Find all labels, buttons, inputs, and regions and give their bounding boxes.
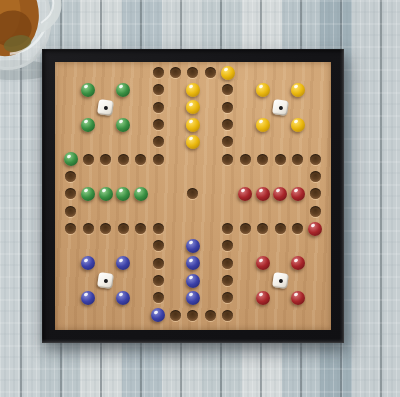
board-hole[interactable] <box>240 223 251 234</box>
cell-13-0 <box>289 64 306 81</box>
cell-8-3 <box>202 116 219 133</box>
cell-12-4 <box>272 133 289 150</box>
cell-9-2 <box>219 99 236 116</box>
cell-7-12 <box>184 272 201 289</box>
cell-4-2 <box>132 99 149 116</box>
board-hole[interactable] <box>153 223 164 234</box>
cell-9-7 <box>219 185 236 202</box>
board-hole[interactable] <box>222 275 233 286</box>
cell-1-12 <box>79 272 96 289</box>
cell-1-7 <box>79 185 96 202</box>
board-hole[interactable] <box>310 206 321 217</box>
marble-blue[interactable] <box>151 308 165 322</box>
board-hole[interactable] <box>83 223 94 234</box>
board-hole[interactable] <box>153 240 164 251</box>
cell-6-10 <box>167 237 184 254</box>
cell-0-0 <box>62 64 79 81</box>
cell-3-0 <box>114 64 131 81</box>
cell-6-4 <box>167 133 184 150</box>
marble-yellow[interactable] <box>186 135 200 149</box>
cell-8-1 <box>202 81 219 98</box>
board-hole[interactable] <box>170 310 181 321</box>
cell-2-2 <box>97 99 114 116</box>
marble-yellow[interactable] <box>186 100 200 114</box>
board-hole[interactable] <box>310 188 321 199</box>
marble-yellow[interactable] <box>186 83 200 97</box>
cell-12-0 <box>272 64 289 81</box>
cell-9-4 <box>219 133 236 150</box>
marble-yellow[interactable] <box>291 118 305 132</box>
marble-green[interactable] <box>81 187 95 201</box>
marble-blue[interactable] <box>186 239 200 253</box>
die-face-1[interactable] <box>97 99 114 116</box>
die-face-1[interactable] <box>97 272 114 289</box>
cell-10-5 <box>237 151 254 168</box>
cell-1-8 <box>79 203 96 220</box>
marble-green[interactable] <box>81 118 95 132</box>
cell-11-12 <box>254 272 271 289</box>
board-hole[interactable] <box>222 84 233 95</box>
marble-yellow[interactable] <box>256 83 270 97</box>
cell-12-5 <box>272 151 289 168</box>
cell-13-13 <box>289 289 306 306</box>
cell-4-13 <box>132 289 149 306</box>
board-hole[interactable] <box>65 171 76 182</box>
cell-7-2 <box>184 99 201 116</box>
cell-6-7 <box>167 185 184 202</box>
board-hole[interactable] <box>222 154 233 165</box>
cell-13-9 <box>289 220 306 237</box>
cell-14-0 <box>307 64 324 81</box>
cell-10-14 <box>237 307 254 324</box>
cell-4-5 <box>132 151 149 168</box>
cell-6-12 <box>167 272 184 289</box>
board-hole[interactable] <box>153 136 164 147</box>
cell-6-6 <box>167 168 184 185</box>
cell-8-9 <box>202 220 219 237</box>
cell-2-11 <box>97 255 114 272</box>
cell-2-1 <box>97 81 114 98</box>
board-hole[interactable] <box>65 206 76 217</box>
cell-3-12 <box>114 272 131 289</box>
cell-1-3 <box>79 116 96 133</box>
die-pip <box>103 278 108 283</box>
cell-4-3 <box>132 116 149 133</box>
board-hole[interactable] <box>65 188 76 199</box>
cell-9-1 <box>219 81 236 98</box>
cell-13-10 <box>289 237 306 254</box>
board-hole[interactable] <box>187 67 198 78</box>
board-hole[interactable] <box>153 102 164 113</box>
cell-8-12 <box>202 272 219 289</box>
cell-1-11 <box>79 255 96 272</box>
cell-2-6 <box>97 168 114 185</box>
cell-12-8 <box>272 203 289 220</box>
cell-7-13 <box>184 289 201 306</box>
cell-3-1 <box>114 81 131 98</box>
marble-blue[interactable] <box>116 256 130 270</box>
cell-13-6 <box>289 168 306 185</box>
board-hole[interactable] <box>222 136 233 147</box>
marble-yellow[interactable] <box>256 118 270 132</box>
cell-6-14 <box>167 307 184 324</box>
board-hole[interactable] <box>118 223 129 234</box>
cell-9-9 <box>219 220 236 237</box>
marble-yellow[interactable] <box>291 83 305 97</box>
cell-11-3 <box>254 116 271 133</box>
board-hole[interactable] <box>275 154 286 165</box>
marble-blue[interactable] <box>186 256 200 270</box>
cell-0-8 <box>62 203 79 220</box>
cell-13-3 <box>289 116 306 133</box>
cell-4-4 <box>132 133 149 150</box>
cell-2-7 <box>97 185 114 202</box>
cell-0-10 <box>62 237 79 254</box>
cell-10-12 <box>237 272 254 289</box>
marble-green[interactable] <box>116 118 130 132</box>
cell-8-11 <box>202 255 219 272</box>
cell-2-5 <box>97 151 114 168</box>
cell-14-11 <box>307 255 324 272</box>
cell-3-11 <box>114 255 131 272</box>
marble-red[interactable] <box>256 187 270 201</box>
cell-10-7 <box>237 185 254 202</box>
cell-8-6 <box>202 168 219 185</box>
cell-11-14 <box>254 307 271 324</box>
cell-14-1 <box>307 81 324 98</box>
cell-10-10 <box>237 237 254 254</box>
board-hole[interactable] <box>153 154 164 165</box>
cell-11-9 <box>254 220 271 237</box>
marble-red[interactable] <box>238 187 252 201</box>
cell-13-11 <box>289 255 306 272</box>
cell-12-3 <box>272 116 289 133</box>
cell-10-8 <box>237 203 254 220</box>
center-shortcut-hole[interactable] <box>187 188 198 199</box>
cell-9-0 <box>219 64 236 81</box>
cell-8-0 <box>202 64 219 81</box>
board-hole[interactable] <box>257 154 268 165</box>
cell-14-14 <box>307 307 324 324</box>
cell-11-1 <box>254 81 271 98</box>
cell-4-1 <box>132 81 149 98</box>
cell-5-5 <box>149 151 166 168</box>
cell-5-9 <box>149 220 166 237</box>
board-hole[interactable] <box>170 67 181 78</box>
board-hole[interactable] <box>205 310 216 321</box>
cell-0-5 <box>62 151 79 168</box>
cell-11-8 <box>254 203 271 220</box>
cell-5-11 <box>149 255 166 272</box>
cell-0-7 <box>62 185 79 202</box>
cell-13-2 <box>289 99 306 116</box>
board-hole[interactable] <box>310 154 321 165</box>
board-hole[interactable] <box>292 223 303 234</box>
cell-11-10 <box>254 237 271 254</box>
cell-5-6 <box>149 168 166 185</box>
cell-3-8 <box>114 203 131 220</box>
cell-5-1 <box>149 81 166 98</box>
cell-4-12 <box>132 272 149 289</box>
cell-12-2 <box>272 99 289 116</box>
board-hole[interactable] <box>222 240 233 251</box>
cell-6-9 <box>167 220 184 237</box>
board-hole[interactable] <box>205 67 216 78</box>
cell-1-4 <box>79 133 96 150</box>
cell-12-7 <box>272 185 289 202</box>
cell-5-3 <box>149 116 166 133</box>
cell-5-4 <box>149 133 166 150</box>
marble-yellow[interactable] <box>186 118 200 132</box>
cell-14-13 <box>307 289 324 306</box>
cell-12-12 <box>272 272 289 289</box>
cell-14-6 <box>307 168 324 185</box>
cell-7-8 <box>184 203 201 220</box>
marble-red[interactable] <box>256 291 270 305</box>
die-pip <box>278 105 283 110</box>
cell-7-6 <box>184 168 201 185</box>
marble-blue[interactable] <box>116 291 130 305</box>
cell-2-12 <box>97 272 114 289</box>
cell-1-5 <box>79 151 96 168</box>
marble-blue[interactable] <box>81 256 95 270</box>
marble-red[interactable] <box>256 256 270 270</box>
cell-4-9 <box>132 220 149 237</box>
cell-12-13 <box>272 289 289 306</box>
cell-11-2 <box>254 99 271 116</box>
cell-4-14 <box>132 307 149 324</box>
board-hole[interactable] <box>153 67 164 78</box>
marble-green[interactable] <box>64 152 78 166</box>
cell-14-8 <box>307 203 324 220</box>
cell-6-13 <box>167 289 184 306</box>
cell-2-3 <box>97 116 114 133</box>
cell-3-5 <box>114 151 131 168</box>
cell-12-1 <box>272 81 289 98</box>
cell-6-5 <box>167 151 184 168</box>
cell-2-4 <box>97 133 114 150</box>
marble-blue[interactable] <box>186 291 200 305</box>
cell-8-5 <box>202 151 219 168</box>
cell-11-5 <box>254 151 271 168</box>
marble-green[interactable] <box>116 187 130 201</box>
cell-10-9 <box>237 220 254 237</box>
cell-12-6 <box>272 168 289 185</box>
cell-2-13 <box>97 289 114 306</box>
cell-0-9 <box>62 220 79 237</box>
cell-5-8 <box>149 203 166 220</box>
cell-5-0 <box>149 64 166 81</box>
cell-11-6 <box>254 168 271 185</box>
cell-14-9 <box>307 220 324 237</box>
marble-yellow[interactable] <box>221 66 235 80</box>
cell-10-2 <box>237 99 254 116</box>
cell-1-10 <box>79 237 96 254</box>
cell-0-1 <box>62 81 79 98</box>
cell-11-0 <box>254 64 271 81</box>
cell-1-6 <box>79 168 96 185</box>
cell-4-0 <box>132 64 149 81</box>
die-pip <box>278 278 283 283</box>
cell-0-6 <box>62 168 79 185</box>
board-hole[interactable] <box>153 119 164 130</box>
cell-5-7 <box>149 185 166 202</box>
cell-2-0 <box>97 64 114 81</box>
cell-6-0 <box>167 64 184 81</box>
board-hole[interactable] <box>222 119 233 130</box>
board-hole[interactable] <box>65 223 76 234</box>
cell-14-2 <box>307 99 324 116</box>
cell-0-13 <box>62 289 79 306</box>
cell-0-2 <box>62 99 79 116</box>
cell-11-7 <box>254 185 271 202</box>
board-hole[interactable] <box>153 292 164 303</box>
cell-9-5 <box>219 151 236 168</box>
board-hole[interactable] <box>310 171 321 182</box>
cell-13-1 <box>289 81 306 98</box>
cell-7-0 <box>184 64 201 81</box>
cell-10-0 <box>237 64 254 81</box>
cell-7-14 <box>184 307 201 324</box>
board-hole[interactable] <box>100 223 111 234</box>
cell-13-4 <box>289 133 306 150</box>
marble-red[interactable] <box>291 187 305 201</box>
cell-3-13 <box>114 289 131 306</box>
cell-8-14 <box>202 307 219 324</box>
board-hole[interactable] <box>222 258 233 269</box>
cell-4-10 <box>132 237 149 254</box>
cell-9-14 <box>219 307 236 324</box>
board-hole[interactable] <box>292 154 303 165</box>
marble-green[interactable] <box>99 187 113 201</box>
board-hole[interactable] <box>153 84 164 95</box>
cell-12-14 <box>272 307 289 324</box>
cell-1-9 <box>79 220 96 237</box>
board-hole[interactable] <box>240 154 251 165</box>
board-hole[interactable] <box>135 154 146 165</box>
cell-8-4 <box>202 133 219 150</box>
cell-14-3 <box>307 116 324 133</box>
board-hole[interactable] <box>153 275 164 286</box>
marble-blue[interactable] <box>81 291 95 305</box>
cell-14-5 <box>307 151 324 168</box>
cell-13-12 <box>289 272 306 289</box>
cell-9-8 <box>219 203 236 220</box>
cell-1-13 <box>79 289 96 306</box>
board-hole[interactable] <box>257 223 268 234</box>
cell-0-14 <box>62 307 79 324</box>
board-hole[interactable] <box>118 154 129 165</box>
cell-4-8 <box>132 203 149 220</box>
cell-3-9 <box>114 220 131 237</box>
cell-14-10 <box>307 237 324 254</box>
cell-8-8 <box>202 203 219 220</box>
cell-13-7 <box>289 185 306 202</box>
cell-4-7 <box>132 185 149 202</box>
board-hole[interactable] <box>187 310 198 321</box>
cell-9-11 <box>219 255 236 272</box>
board-hole[interactable] <box>275 223 286 234</box>
cell-4-11 <box>132 255 149 272</box>
cell-9-10 <box>219 237 236 254</box>
cell-8-7 <box>202 185 219 202</box>
cell-12-10 <box>272 237 289 254</box>
board-hole[interactable] <box>222 292 233 303</box>
cell-13-8 <box>289 203 306 220</box>
cell-11-11 <box>254 255 271 272</box>
cell-6-8 <box>167 203 184 220</box>
aggravation-board <box>42 49 344 343</box>
cell-7-5 <box>184 151 201 168</box>
board-hole[interactable] <box>222 310 233 321</box>
cell-9-3 <box>219 116 236 133</box>
cell-13-14 <box>289 307 306 324</box>
cell-5-13 <box>149 289 166 306</box>
cell-14-4 <box>307 133 324 150</box>
cell-0-4 <box>62 133 79 150</box>
cell-2-8 <box>97 203 114 220</box>
cell-7-11 <box>184 255 201 272</box>
cell-1-14 <box>79 307 96 324</box>
cell-3-6 <box>114 168 131 185</box>
board-hole[interactable] <box>135 223 146 234</box>
photo-scene <box>0 0 400 397</box>
board-hole[interactable] <box>222 102 233 113</box>
cell-3-3 <box>114 116 131 133</box>
marble-blue[interactable] <box>186 274 200 288</box>
die-pip <box>103 105 108 110</box>
cell-0-3 <box>62 116 79 133</box>
cell-1-0 <box>79 64 96 81</box>
cell-0-12 <box>62 272 79 289</box>
cell-5-2 <box>149 99 166 116</box>
cell-3-10 <box>114 237 131 254</box>
marble-red[interactable] <box>273 187 287 201</box>
cell-13-5 <box>289 151 306 168</box>
cell-5-14 <box>149 307 166 324</box>
cell-9-6 <box>219 168 236 185</box>
cell-12-11 <box>272 255 289 272</box>
cell-8-2 <box>202 99 219 116</box>
cell-11-13 <box>254 289 271 306</box>
marble-green[interactable] <box>81 83 95 97</box>
cell-11-4 <box>254 133 271 150</box>
cell-10-13 <box>237 289 254 306</box>
cell-7-9 <box>184 220 201 237</box>
board-wood-surface <box>55 62 331 330</box>
marble-green[interactable] <box>134 187 148 201</box>
cell-14-7 <box>307 185 324 202</box>
marble-green[interactable] <box>116 83 130 97</box>
cell-9-12 <box>219 272 236 289</box>
marble-red[interactable] <box>308 222 322 236</box>
marble-red[interactable] <box>291 291 305 305</box>
board-hole[interactable] <box>83 154 94 165</box>
board-hole[interactable] <box>153 258 164 269</box>
board-hole[interactable] <box>222 223 233 234</box>
board-hole[interactable] <box>100 154 111 165</box>
die-face-1[interactable] <box>272 99 289 116</box>
cell-5-12 <box>149 272 166 289</box>
cell-8-10 <box>202 237 219 254</box>
marble-red[interactable] <box>291 256 305 270</box>
cell-7-10 <box>184 237 201 254</box>
cell-6-11 <box>167 255 184 272</box>
board-grid <box>62 64 324 324</box>
cell-2-9 <box>97 220 114 237</box>
die-face-1[interactable] <box>272 272 289 289</box>
cell-7-7 <box>184 185 201 202</box>
